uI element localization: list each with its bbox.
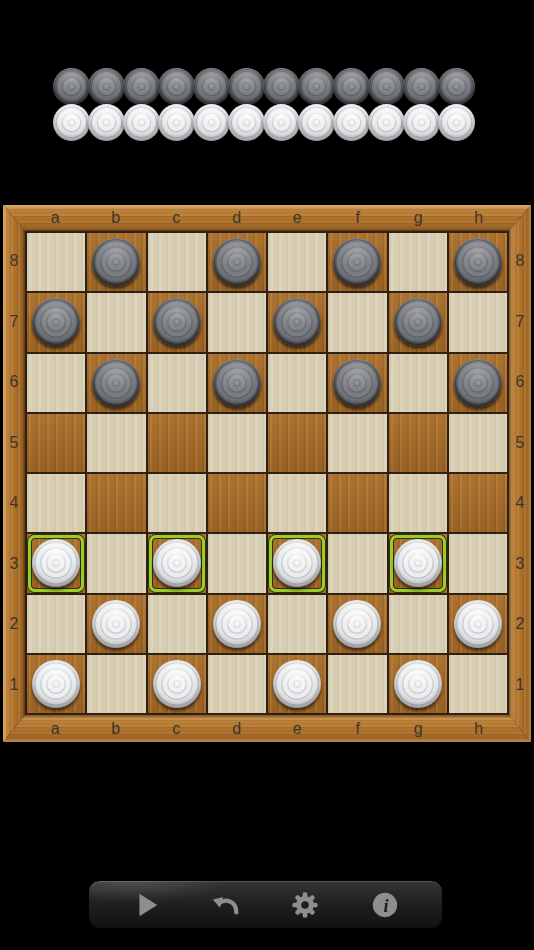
square-g4[interactable] (389, 474, 447, 532)
rank-labels-right: 87654321 (509, 231, 531, 715)
play-icon (131, 890, 161, 920)
square-a8[interactable] (27, 233, 85, 291)
square-a7[interactable] (27, 293, 85, 351)
square-a5[interactable] (27, 414, 85, 472)
square-g3[interactable] (389, 534, 447, 592)
toolbar: i (88, 880, 443, 929)
black-checker (368, 68, 405, 105)
square-a3[interactable] (27, 534, 85, 592)
undo-button[interactable] (204, 883, 248, 927)
white-checker-g3[interactable] (394, 539, 442, 587)
rank-label-3: 3 (509, 534, 531, 595)
white-checker (53, 104, 90, 141)
black-checker-e7[interactable] (273, 298, 321, 346)
rank-label-3: 3 (3, 534, 25, 595)
square-c1[interactable] (148, 655, 206, 713)
file-labels-top: abcdefgh (25, 205, 509, 231)
black-checker (333, 68, 370, 105)
rank-label-1: 1 (509, 655, 531, 716)
square-e3[interactable] (268, 534, 326, 592)
file-label-h: h (449, 205, 510, 231)
square-c8[interactable] (148, 233, 206, 291)
black-checker (228, 68, 265, 105)
square-h2[interactable] (449, 595, 507, 653)
file-label-d: d (207, 205, 268, 231)
square-b2[interactable] (87, 595, 145, 653)
square-c5[interactable] (148, 414, 206, 472)
black-checker-b8[interactable] (92, 238, 140, 286)
white-checker-e3[interactable] (273, 539, 321, 587)
white-checker (438, 104, 475, 141)
black-checker-b6[interactable] (92, 359, 140, 407)
white-checker-a1[interactable] (32, 660, 80, 708)
white-checker (228, 104, 265, 141)
rank-label-4: 4 (3, 473, 25, 534)
square-d1[interactable] (208, 655, 266, 713)
board-frame: abcdefgh abcdefgh 87654321 87654321 (3, 205, 531, 742)
white-checker (263, 104, 300, 141)
file-label-b: b (86, 715, 147, 742)
square-h4[interactable] (449, 474, 507, 532)
square-b5[interactable] (87, 414, 145, 472)
square-a2[interactable] (27, 595, 85, 653)
white-checker (333, 104, 370, 141)
square-d3[interactable] (208, 534, 266, 592)
square-g1[interactable] (389, 655, 447, 713)
square-h1[interactable] (449, 655, 507, 713)
square-h3[interactable] (449, 534, 507, 592)
file-label-f: f (328, 205, 389, 231)
black-checker (298, 68, 335, 105)
square-f6[interactable] (328, 354, 386, 412)
white-checker-d2[interactable] (213, 600, 261, 648)
square-e8[interactable] (268, 233, 326, 291)
file-label-f: f (328, 715, 389, 742)
white-checker-e1[interactable] (273, 660, 321, 708)
file-label-c: c (146, 205, 207, 231)
file-label-b: b (86, 205, 147, 231)
white-checker (403, 104, 440, 141)
black-checker (263, 68, 300, 105)
black-checker-g7[interactable] (394, 298, 442, 346)
square-d5[interactable] (208, 414, 266, 472)
square-f4[interactable] (328, 474, 386, 532)
square-d8[interactable] (208, 233, 266, 291)
square-b4[interactable] (87, 474, 145, 532)
rank-label-2: 2 (3, 594, 25, 655)
rank-label-8: 8 (509, 231, 531, 292)
white-checker-a3[interactable] (32, 539, 80, 587)
square-b3[interactable] (87, 534, 145, 592)
square-h5[interactable] (449, 414, 507, 472)
square-h6[interactable] (449, 354, 507, 412)
black-checker (123, 68, 160, 105)
square-f5[interactable] (328, 414, 386, 472)
white-checker-c1[interactable] (153, 660, 201, 708)
svg-text:i: i (383, 895, 388, 915)
square-h8[interactable] (449, 233, 507, 291)
square-c4[interactable] (148, 474, 206, 532)
black-pieces-tray (53, 68, 475, 105)
rank-label-7: 7 (3, 292, 25, 353)
white-checker-g1[interactable] (394, 660, 442, 708)
black-checker (88, 68, 125, 105)
square-b1[interactable] (87, 655, 145, 713)
rank-label-2: 2 (509, 594, 531, 655)
black-checker-h6[interactable] (454, 359, 502, 407)
square-c7[interactable] (148, 293, 206, 351)
app-screen: abcdefgh abcdefgh 87654321 87654321 (0, 0, 534, 950)
file-label-e: e (267, 205, 328, 231)
white-checker (158, 104, 195, 141)
square-d2[interactable] (208, 595, 266, 653)
white-checker (88, 104, 125, 141)
file-label-a: a (25, 205, 86, 231)
square-d6[interactable] (208, 354, 266, 412)
square-e7[interactable] (268, 293, 326, 351)
square-g2[interactable] (389, 595, 447, 653)
white-checker (123, 104, 160, 141)
black-checker-a7[interactable] (32, 298, 80, 346)
rank-label-1: 1 (3, 655, 25, 716)
square-c2[interactable] (148, 595, 206, 653)
gear-icon (290, 890, 320, 920)
square-g8[interactable] (389, 233, 447, 291)
white-checker-b2[interactable] (92, 600, 140, 648)
square-e6[interactable] (268, 354, 326, 412)
black-checker (158, 68, 195, 105)
square-g7[interactable] (389, 293, 447, 351)
rank-labels-left: 87654321 (3, 231, 25, 715)
square-d7[interactable] (208, 293, 266, 351)
square-b7[interactable] (87, 293, 145, 351)
white-checker (298, 104, 335, 141)
black-checker (403, 68, 440, 105)
square-d4[interactable] (208, 474, 266, 532)
square-c6[interactable] (148, 354, 206, 412)
rank-label-4: 4 (509, 473, 531, 534)
square-e5[interactable] (268, 414, 326, 472)
black-checker-d8[interactable] (213, 238, 261, 286)
undo-icon (211, 890, 241, 920)
square-e4[interactable] (268, 474, 326, 532)
black-checker (53, 68, 90, 105)
file-label-g: g (388, 715, 449, 742)
square-f7[interactable] (328, 293, 386, 351)
rank-label-8: 8 (3, 231, 25, 292)
rank-label-6: 6 (509, 352, 531, 413)
white-pieces-tray (53, 104, 475, 141)
rank-label-5: 5 (509, 413, 531, 474)
square-f1[interactable] (328, 655, 386, 713)
info-button[interactable]: i (363, 883, 407, 927)
checkers-board (25, 231, 509, 715)
white-checker-f2[interactable] (333, 600, 381, 648)
settings-button[interactable] (283, 883, 327, 927)
file-label-g: g (388, 205, 449, 231)
file-label-d: d (207, 715, 268, 742)
square-f2[interactable] (328, 595, 386, 653)
square-e2[interactable] (268, 595, 326, 653)
rank-label-5: 5 (3, 413, 25, 474)
square-a4[interactable] (27, 474, 85, 532)
black-checker-f8[interactable] (333, 238, 381, 286)
square-c3[interactable] (148, 534, 206, 592)
rank-label-7: 7 (509, 292, 531, 353)
rank-label-6: 6 (3, 352, 25, 413)
square-g6[interactable] (389, 354, 447, 412)
black-checker (193, 68, 230, 105)
black-checker-d6[interactable] (213, 359, 261, 407)
black-checker-h8[interactable] (454, 238, 502, 286)
square-b6[interactable] (87, 354, 145, 412)
black-checker-f6[interactable] (333, 359, 381, 407)
file-labels-bottom: abcdefgh (25, 715, 509, 742)
white-checker-h2[interactable] (454, 600, 502, 648)
white-checker-c3[interactable] (153, 539, 201, 587)
square-f8[interactable] (328, 233, 386, 291)
square-a1[interactable] (27, 655, 85, 713)
info-icon: i (370, 890, 400, 920)
play-button[interactable] (124, 883, 168, 927)
square-a6[interactable] (27, 354, 85, 412)
white-checker (368, 104, 405, 141)
square-b8[interactable] (87, 233, 145, 291)
white-checker (193, 104, 230, 141)
black-checker-c7[interactable] (153, 298, 201, 346)
file-label-a: a (25, 715, 86, 742)
square-g5[interactable] (389, 414, 447, 472)
file-label-e: e (267, 715, 328, 742)
square-f3[interactable] (328, 534, 386, 592)
black-checker (438, 68, 475, 105)
square-e1[interactable] (268, 655, 326, 713)
file-label-h: h (449, 715, 510, 742)
file-label-c: c (146, 715, 207, 742)
square-h7[interactable] (449, 293, 507, 351)
